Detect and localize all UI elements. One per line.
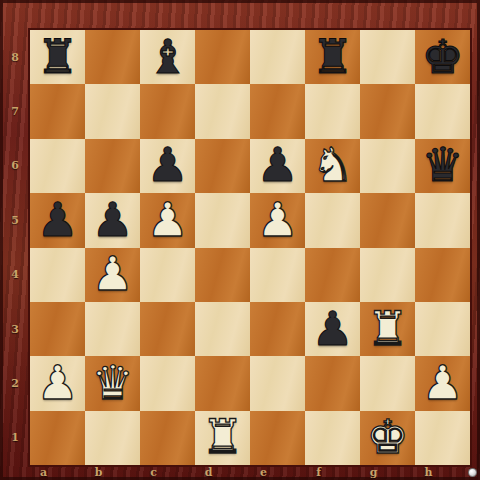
square-e7[interactable] (250, 84, 305, 138)
file-label-a: a (30, 465, 85, 480)
square-f4[interactable] (305, 248, 360, 302)
file-label-c: c (140, 465, 195, 480)
square-g6[interactable] (360, 139, 415, 193)
square-d6[interactable] (195, 139, 250, 193)
black-bishop: ♝ (146, 33, 188, 80)
square-d1[interactable]: ♜ (195, 411, 250, 465)
file-label-d: d (195, 465, 250, 480)
square-e8[interactable] (250, 30, 305, 84)
square-f5[interactable] (305, 193, 360, 247)
square-e2[interactable] (250, 356, 305, 410)
square-a7[interactable] (30, 84, 85, 138)
square-h2[interactable]: ♟ (415, 356, 470, 410)
square-h1[interactable] (415, 411, 470, 465)
square-h8[interactable]: ♚ (415, 30, 470, 84)
white-pawn: ♟ (91, 250, 133, 297)
square-a5[interactable]: ♟ (30, 193, 85, 247)
white-rook: ♜ (201, 413, 243, 460)
square-b5[interactable]: ♟ (85, 193, 140, 247)
square-f1[interactable] (305, 411, 360, 465)
rank-label-1: 1 (0, 411, 30, 465)
file-label-e: e (250, 465, 305, 480)
square-d5[interactable] (195, 193, 250, 247)
square-f3[interactable]: ♟ (305, 302, 360, 356)
square-h5[interactable] (415, 193, 470, 247)
square-g1[interactable]: ♚ (360, 411, 415, 465)
rank-label-2: 2 (0, 356, 30, 410)
square-d4[interactable] (195, 248, 250, 302)
black-king: ♚ (421, 33, 463, 80)
square-a4[interactable] (30, 248, 85, 302)
rank-label-5: 5 (0, 193, 30, 247)
file-labels: abcdefgh (30, 465, 470, 480)
square-g7[interactable] (360, 84, 415, 138)
black-rook: ♜ (36, 33, 78, 80)
black-queen: ♛ (421, 141, 463, 188)
square-d8[interactable] (195, 30, 250, 84)
white-pawn: ♟ (256, 196, 298, 243)
chess-board-frame: 87654321 ♜♝♜♚♟♟♞♛♟♟♟♟♟♟♜♟♛♟♜♚ abcdefgh (0, 0, 480, 480)
square-f7[interactable] (305, 84, 360, 138)
square-e5[interactable]: ♟ (250, 193, 305, 247)
square-c7[interactable] (140, 84, 195, 138)
black-pawn: ♟ (311, 305, 353, 352)
square-g2[interactable] (360, 356, 415, 410)
square-d3[interactable] (195, 302, 250, 356)
black-pawn: ♟ (146, 141, 188, 188)
square-e4[interactable] (250, 248, 305, 302)
square-b6[interactable] (85, 139, 140, 193)
square-e3[interactable] (250, 302, 305, 356)
square-f8[interactable]: ♜ (305, 30, 360, 84)
square-c2[interactable] (140, 356, 195, 410)
white-queen: ♛ (91, 359, 133, 406)
white-pawn: ♟ (421, 359, 463, 406)
square-a6[interactable] (30, 139, 85, 193)
square-a1[interactable] (30, 411, 85, 465)
white-rook: ♜ (366, 305, 408, 352)
rank-label-4: 4 (0, 248, 30, 302)
square-g8[interactable] (360, 30, 415, 84)
file-label-b: b (85, 465, 140, 480)
black-pawn: ♟ (91, 196, 133, 243)
square-b2[interactable]: ♛ (85, 356, 140, 410)
file-label-f: f (305, 465, 360, 480)
white-king: ♚ (366, 413, 408, 460)
square-c3[interactable] (140, 302, 195, 356)
white-knight: ♞ (311, 141, 353, 188)
rank-label-6: 6 (0, 139, 30, 193)
black-pawn: ♟ (36, 196, 78, 243)
square-e6[interactable]: ♟ (250, 139, 305, 193)
square-c1[interactable] (140, 411, 195, 465)
white-to-move-indicator (468, 468, 477, 477)
square-d7[interactable] (195, 84, 250, 138)
square-g5[interactable] (360, 193, 415, 247)
rank-label-8: 8 (0, 30, 30, 84)
square-c4[interactable] (140, 248, 195, 302)
rank-label-7: 7 (0, 84, 30, 138)
square-b3[interactable] (85, 302, 140, 356)
square-e1[interactable] (250, 411, 305, 465)
square-b7[interactable] (85, 84, 140, 138)
square-g3[interactable]: ♜ (360, 302, 415, 356)
square-b1[interactable] (85, 411, 140, 465)
black-rook: ♜ (311, 33, 353, 80)
square-d2[interactable] (195, 356, 250, 410)
white-pawn: ♟ (36, 359, 78, 406)
rank-labels: 87654321 (0, 30, 30, 465)
square-f6[interactable]: ♞ (305, 139, 360, 193)
square-b4[interactable]: ♟ (85, 248, 140, 302)
square-c5[interactable]: ♟ (140, 193, 195, 247)
square-h6[interactable]: ♛ (415, 139, 470, 193)
square-f2[interactable] (305, 356, 360, 410)
rank-label-3: 3 (0, 302, 30, 356)
square-a3[interactable] (30, 302, 85, 356)
square-h7[interactable] (415, 84, 470, 138)
black-pawn: ♟ (256, 141, 298, 188)
square-c8[interactable]: ♝ (140, 30, 195, 84)
square-h4[interactable] (415, 248, 470, 302)
file-label-h: h (415, 465, 470, 480)
square-a2[interactable]: ♟ (30, 356, 85, 410)
board: ♜♝♜♚♟♟♞♛♟♟♟♟♟♟♜♟♛♟♜♚ (30, 30, 470, 465)
square-c6[interactable]: ♟ (140, 139, 195, 193)
file-label-g: g (360, 465, 415, 480)
square-h3[interactable] (415, 302, 470, 356)
square-g4[interactable] (360, 248, 415, 302)
square-a8[interactable]: ♜ (30, 30, 85, 84)
square-b8[interactable] (85, 30, 140, 84)
white-pawn: ♟ (146, 196, 188, 243)
